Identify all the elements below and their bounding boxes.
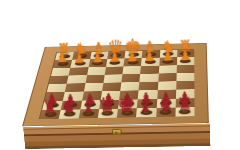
camera-tilt: ♜♞♝♛♚♝♞♜♟♟♟♟♟♟♟♟♟♟♟♟♟♟♟♟♜♞♝♛♚♝♞♜	[0, 0, 240, 150]
brass-latch-icon	[111, 129, 121, 135]
perspective-scene: ♜♞♝♛♚♝♞♜♟♟♟♟♟♟♟♟♟♟♟♟♟♟♟♟♜♞♝♛♚♝♞♜	[0, 0, 240, 150]
piece-layer: ♜♞♝♛♚♝♞♜♟♟♟♟♟♟♟♟♟♟♟♟♟♟♟♟♜♞♝♛♚♝♞♜	[23, 43, 208, 125]
chess-set-photo: ♜♞♝♛♚♝♞♜♟♟♟♟♟♟♟♟♟♟♟♟♟♟♟♟♜♞♝♛♚♝♞♜	[0, 0, 240, 150]
black-pawn: ♟	[174, 48, 196, 63]
white-rook: ♜	[172, 95, 196, 113]
chess-board: ♜♞♝♛♚♝♞♜♟♟♟♟♟♟♟♟♟♟♟♟♟♟♟♟♜♞♝♛♚♝♞♜	[22, 43, 209, 126]
case-front-panel	[23, 123, 211, 149]
